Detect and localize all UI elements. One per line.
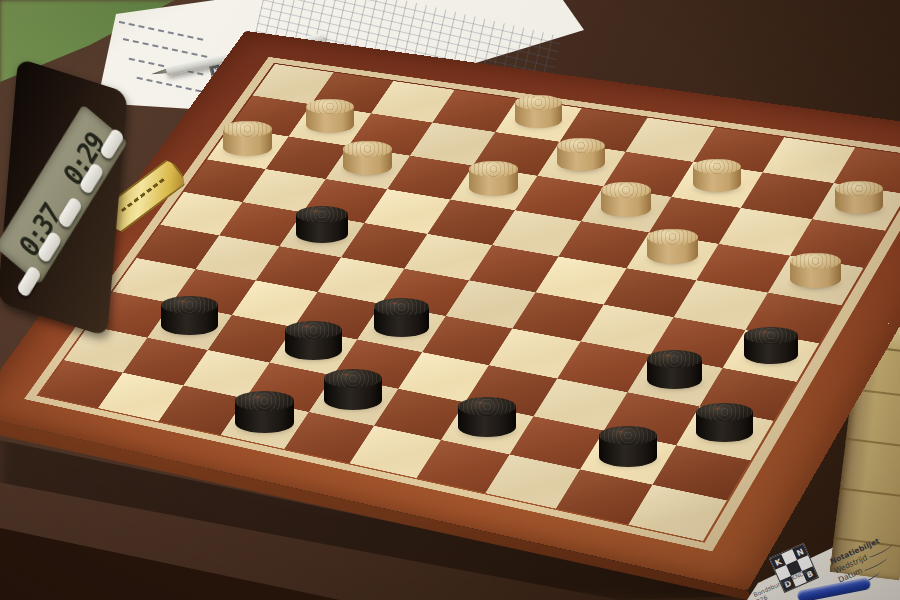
white-piece[interactable]	[647, 229, 698, 265]
scene: KNDB 0:37 0:29 KNDB Bondsbureau KNDB 326…	[0, 0, 900, 600]
black-piece[interactable]	[285, 321, 342, 361]
game-clock[interactable]: 0:37 0:29	[0, 58, 128, 337]
white-piece[interactable]	[469, 161, 519, 196]
white-piece[interactable]	[601, 182, 651, 217]
white-piece[interactable]	[790, 253, 841, 289]
black-piece[interactable]	[744, 327, 798, 365]
piece-top	[599, 426, 657, 445]
white-piece[interactable]	[693, 159, 741, 193]
white-piece[interactable]	[223, 121, 273, 156]
black-piece[interactable]	[696, 403, 753, 443]
piece-top	[693, 159, 741, 174]
white-piece[interactable]	[835, 181, 883, 215]
white-piece[interactable]	[515, 95, 562, 128]
black-piece[interactable]	[296, 206, 348, 243]
piece-top	[744, 327, 798, 344]
piece-top	[161, 296, 218, 314]
piece-top	[374, 298, 429, 316]
black-piece[interactable]	[458, 397, 516, 438]
piece-top	[515, 95, 562, 110]
piece-top	[696, 403, 753, 421]
piece-top	[790, 253, 841, 269]
piece-top	[647, 229, 698, 245]
piece-top	[235, 391, 294, 410]
black-piece[interactable]	[235, 391, 294, 433]
piece-top	[458, 397, 516, 416]
black-piece[interactable]	[647, 350, 702, 389]
black-piece[interactable]	[374, 298, 429, 337]
piece-top	[324, 369, 382, 388]
black-piece[interactable]	[161, 296, 218, 336]
black-piece[interactable]	[324, 369, 382, 410]
white-piece[interactable]	[557, 138, 605, 172]
white-piece[interactable]	[343, 141, 393, 176]
piece-top	[343, 141, 393, 157]
piece-top	[285, 321, 342, 339]
white-piece[interactable]	[306, 99, 354, 133]
piece-top	[469, 161, 519, 177]
black-piece[interactable]	[599, 426, 657, 467]
